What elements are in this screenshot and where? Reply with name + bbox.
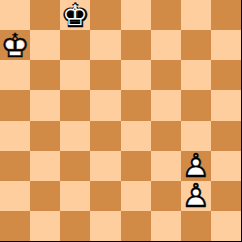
square-f4[interactable]	[151, 121, 181, 151]
piece-white-king[interactable]: ♚	[0, 30, 30, 60]
square-b1[interactable]	[30, 211, 60, 241]
square-g4[interactable]	[181, 121, 211, 151]
square-a2[interactable]	[0, 181, 30, 211]
square-h1[interactable]	[211, 211, 241, 241]
square-a3[interactable]	[0, 151, 30, 181]
square-a8[interactable]	[0, 0, 30, 30]
square-b4[interactable]	[30, 121, 60, 151]
square-a5[interactable]	[0, 90, 30, 120]
square-c8[interactable]: ♚♔	[60, 0, 90, 30]
piece-white-pawn[interactable]: ♟	[181, 151, 211, 181]
piece-white-king-outline-icon: ♔	[0, 30, 30, 60]
square-f3[interactable]	[151, 151, 181, 181]
square-c6[interactable]	[60, 60, 90, 90]
square-b5[interactable]	[30, 90, 60, 120]
square-e1[interactable]	[121, 211, 151, 241]
square-f1[interactable]	[151, 211, 181, 241]
square-b8[interactable]	[30, 0, 60, 30]
square-e2[interactable]	[121, 181, 151, 211]
square-e3[interactable]	[121, 151, 151, 181]
square-a4[interactable]	[0, 121, 30, 151]
square-c4[interactable]	[60, 121, 90, 151]
square-c3[interactable]	[60, 151, 90, 181]
square-e7[interactable]	[121, 30, 151, 60]
square-f2[interactable]	[151, 181, 181, 211]
square-f7[interactable]	[151, 30, 181, 60]
square-h3[interactable]	[211, 151, 241, 181]
square-d1[interactable]	[90, 211, 120, 241]
square-h6[interactable]	[211, 60, 241, 90]
square-g8[interactable]	[181, 0, 211, 30]
square-g2[interactable]: ♟♙	[181, 181, 211, 211]
square-b2[interactable]	[30, 181, 60, 211]
square-g1[interactable]	[181, 211, 211, 241]
square-c1[interactable]	[60, 211, 90, 241]
square-d6[interactable]	[90, 60, 120, 90]
square-c7[interactable]	[60, 30, 90, 60]
square-e5[interactable]	[121, 90, 151, 120]
square-b3[interactable]	[30, 151, 60, 181]
square-f5[interactable]	[151, 90, 181, 120]
square-g6[interactable]	[181, 60, 211, 90]
square-f6[interactable]	[151, 60, 181, 90]
square-h4[interactable]	[211, 121, 241, 151]
square-b6[interactable]	[30, 60, 60, 90]
square-d8[interactable]	[90, 0, 120, 30]
square-g7[interactable]	[181, 30, 211, 60]
square-b7[interactable]	[30, 30, 60, 60]
piece-white-pawn[interactable]: ♟	[181, 181, 211, 211]
piece-white-pawn-outline-icon: ♙	[181, 181, 211, 211]
square-g3[interactable]: ♟♙	[181, 151, 211, 181]
square-e8[interactable]	[121, 0, 151, 30]
square-a7[interactable]: ♚♔	[0, 30, 30, 60]
square-h2[interactable]	[211, 181, 241, 211]
square-d4[interactable]	[90, 121, 120, 151]
square-c2[interactable]	[60, 181, 90, 211]
square-a6[interactable]	[0, 60, 30, 90]
square-c5[interactable]	[60, 90, 90, 120]
piece-black-king[interactable]: ♚	[60, 0, 90, 30]
square-d7[interactable]	[90, 30, 120, 60]
chess-board: ♚♔♚♔♟♙♟♙	[0, 0, 242, 242]
square-g5[interactable]	[181, 90, 211, 120]
piece-white-pawn-outline-icon: ♙	[181, 151, 211, 181]
square-d3[interactable]	[90, 151, 120, 181]
square-h7[interactable]	[211, 30, 241, 60]
piece-black-king-outline-icon: ♔	[62, 2, 88, 28]
square-f8[interactable]	[151, 0, 181, 30]
square-h5[interactable]	[211, 90, 241, 120]
square-d5[interactable]	[90, 90, 120, 120]
square-a1[interactable]	[0, 211, 30, 241]
square-e6[interactable]	[121, 60, 151, 90]
square-e4[interactable]	[121, 121, 151, 151]
square-h8[interactable]	[211, 0, 241, 30]
square-d2[interactable]	[90, 181, 120, 211]
